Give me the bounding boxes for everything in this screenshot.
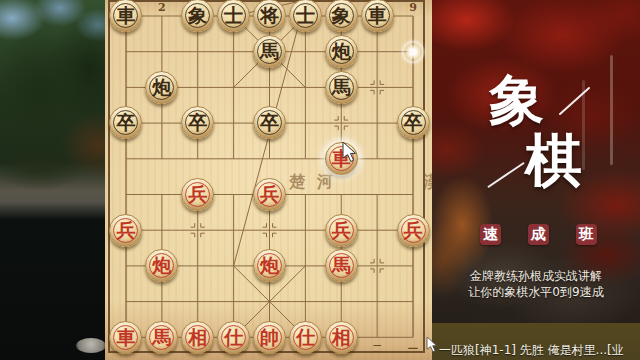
piece-red-馬[interactable]: 馬: [325, 249, 358, 282]
piece-red-兵[interactable]: 兵: [253, 178, 286, 211]
piece-glyph: 卒: [116, 113, 135, 132]
piece-glyph: 馬: [152, 328, 171, 347]
slash-decoration: [559, 87, 591, 116]
piece-glyph: 兵: [116, 221, 135, 240]
piece-glyph: 卒: [260, 113, 279, 132]
piece-glyph: 象: [332, 6, 351, 25]
swan-on-water: [76, 338, 106, 353]
piece-glyph: 仕: [224, 328, 243, 347]
left-scenery-photo: [0, 0, 110, 360]
ticker-text: 一匹狼[神1-1] 先胜 俺是村里...[业: [439, 342, 624, 359]
ticker-bar: 一匹狼[神1-1] 先胜 俺是村里...[业: [432, 323, 640, 360]
piece-glyph: 兵: [332, 221, 351, 240]
birch-trunk: [610, 55, 613, 165]
piece-glyph: 炮: [152, 256, 171, 275]
piece-glyph: 卒: [188, 113, 207, 132]
piece-black-士[interactable]: 士: [217, 0, 250, 32]
piece-black-卒[interactable]: 卒: [253, 106, 286, 139]
piece-glyph: 馬: [332, 256, 351, 275]
piece-glyph: 象: [188, 6, 207, 25]
piece-glyph: 炮: [260, 256, 279, 275]
badge-速: 速: [480, 224, 501, 245]
piece-black-象[interactable]: 象: [181, 0, 214, 32]
piece-glyph: 士: [224, 6, 243, 25]
mouse-cursor-icon: [342, 142, 357, 163]
piece-red-兵[interactable]: 兵: [181, 178, 214, 211]
piece-black-士[interactable]: 士: [289, 0, 322, 32]
piece-black-卒[interactable]: 卒: [109, 106, 142, 139]
slash-decoration: [487, 162, 525, 188]
app-window: 楚河 漢界 29二一 車象士将士象車馬炮炮馬卒卒卒卒車兵兵兵兵兵炮炮馬車馬相仕帥…: [0, 0, 640, 360]
piece-glyph: 相: [332, 328, 351, 347]
piece-black-象[interactable]: 象: [325, 0, 358, 32]
promo-title-char-1: 象: [489, 72, 544, 127]
promo-title-char-2: 棋: [525, 131, 582, 188]
piece-glyph: 士: [296, 6, 315, 25]
piece-red-相[interactable]: 相: [181, 321, 214, 354]
piece-glyph: 車: [116, 328, 135, 347]
piece-black-車[interactable]: 車: [109, 0, 142, 32]
piece-red-炮[interactable]: 炮: [145, 249, 178, 282]
promo-subtitle-1: 金牌教练孙根成实战讲解: [432, 268, 640, 285]
piece-black-卒[interactable]: 卒: [181, 106, 214, 139]
piece-glyph: 仕: [296, 328, 315, 347]
piece-black-馬[interactable]: 馬: [253, 35, 286, 68]
piece-grid: 車象士将士象車馬炮炮馬卒卒卒卒車兵兵兵兵兵炮炮馬車馬相仕帥仕相: [108, 0, 431, 355]
piece-glyph: 炮: [332, 42, 351, 61]
piece-glyph: 車: [368, 6, 387, 25]
piece-glyph: 兵: [188, 185, 207, 204]
piece-red-仕[interactable]: 仕: [289, 321, 322, 354]
small-arrow-icon: [426, 337, 438, 353]
piece-glyph: 兵: [260, 185, 279, 204]
piece-glyph: 車: [116, 6, 135, 25]
piece-glyph: 将: [260, 6, 279, 25]
piece-red-兵[interactable]: 兵: [325, 214, 358, 247]
promo-panel: 象 棋 速成班 金牌教练孙根成实战讲解 让你的象棋水平0到9速成 一匹狼[神1-…: [432, 0, 640, 360]
piece-red-兵[interactable]: 兵: [397, 214, 430, 247]
piece-red-相[interactable]: 相: [325, 321, 358, 354]
piece-red-兵[interactable]: 兵: [109, 214, 142, 247]
piece-glyph: 炮: [152, 78, 171, 97]
piece-glyph: 馬: [260, 42, 279, 61]
piece-glyph: 卒: [404, 113, 423, 132]
piece-glyph: 兵: [404, 221, 423, 240]
piece-black-炮[interactable]: 炮: [145, 71, 178, 104]
course-badges: 速成班: [480, 224, 597, 245]
piece-glyph: 馬: [332, 78, 351, 97]
piece-black-炮[interactable]: 炮: [325, 35, 358, 68]
promo-subtitle-2: 让你的象棋水平0到9速成: [432, 284, 640, 301]
piece-red-帥[interactable]: 帥: [253, 321, 286, 354]
piece-red-馬[interactable]: 馬: [145, 321, 178, 354]
piece-red-仕[interactable]: 仕: [217, 321, 250, 354]
piece-glyph: 帥: [260, 328, 279, 347]
badge-班: 班: [576, 224, 597, 245]
piece-black-馬[interactable]: 馬: [325, 71, 358, 104]
piece-black-将[interactable]: 将: [253, 0, 286, 32]
badge-成: 成: [528, 224, 549, 245]
piece-black-卒[interactable]: 卒: [397, 106, 430, 139]
piece-glyph: 相: [188, 328, 207, 347]
piece-red-炮[interactable]: 炮: [253, 249, 286, 282]
piece-red-車[interactable]: 車: [109, 321, 142, 354]
piece-black-車[interactable]: 車: [361, 0, 394, 32]
xiangqi-board[interactable]: 楚河 漢界 29二一 車象士将士象車馬炮炮馬卒卒卒卒車兵兵兵兵兵炮炮馬車馬相仕帥…: [105, 0, 432, 360]
